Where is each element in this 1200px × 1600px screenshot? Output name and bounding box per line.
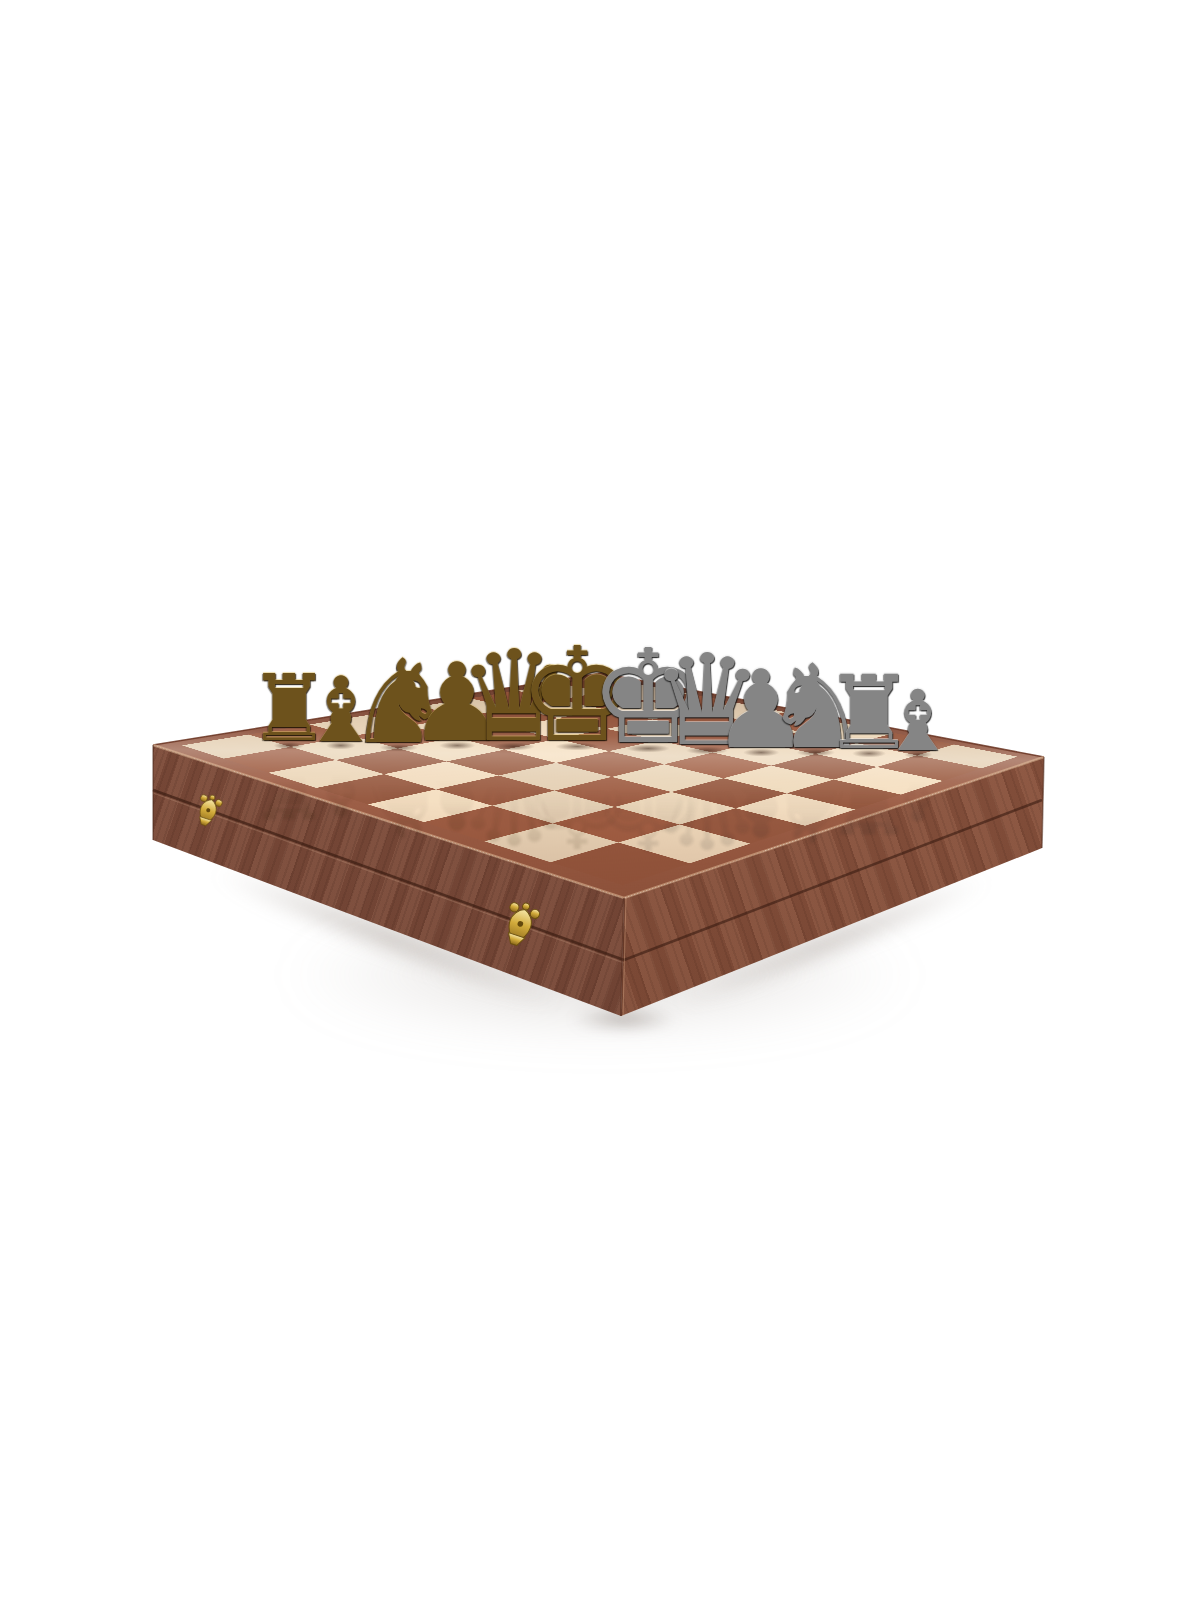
silver-bishop-glyph: ♝ (880, 679, 955, 763)
product-photo: ♜♜♝♝♞♞♟♟♛♛♚♚♚♚♛♛♟♟♞♞♜♜♝♝ (0, 0, 1200, 1600)
piece-display-row: ♜♜♝♝♞♞♟♟♛♛♚♚♚♚♛♛♟♟♞♞♜♜♝♝ (0, 0, 1200, 1600)
